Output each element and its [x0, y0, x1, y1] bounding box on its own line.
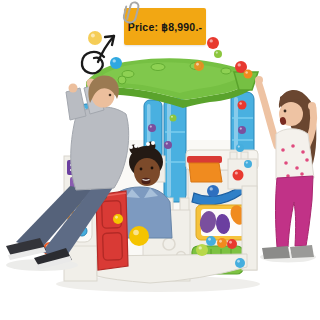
ball [238, 126, 246, 134]
ball [233, 170, 244, 181]
ball-highlight [210, 39, 213, 42]
ball-highlight [235, 172, 238, 175]
ball-highlight [91, 34, 95, 38]
girl-eye [284, 110, 287, 113]
boy-eye [109, 94, 112, 97]
ball [194, 61, 204, 71]
ball-highlight [115, 216, 118, 219]
ball [236, 144, 244, 152]
column-middle [164, 98, 186, 202]
boy-hand [69, 84, 78, 93]
toddler-mouth [142, 178, 151, 184]
ball [164, 141, 172, 149]
ball-highlight [196, 63, 199, 66]
ball-highlight [245, 71, 248, 74]
ball [129, 226, 149, 246]
hair-bow [134, 144, 138, 148]
boy-sleeve [66, 88, 86, 120]
toddler-eye [151, 167, 154, 170]
ball-highlight [219, 240, 222, 243]
girl-pants [276, 176, 314, 247]
price-text: Price: ฿8,990.- [128, 21, 202, 33]
ball [244, 160, 252, 168]
girl-shirt [276, 129, 314, 180]
girl-child [255, 76, 316, 263]
ball [206, 236, 216, 246]
interior-ramp [187, 156, 222, 182]
ball-highlight [240, 127, 242, 129]
ball-highlight [150, 125, 152, 127]
girl-hand [255, 76, 263, 84]
ball-highlight [246, 161, 248, 163]
ball-highlight [238, 145, 240, 147]
hair-bow [151, 141, 155, 145]
scene-illustration: Step2 [0, 0, 320, 320]
ball [207, 185, 219, 197]
ball [238, 101, 247, 110]
ball-highlight [237, 260, 240, 263]
ball-highlight [210, 187, 213, 190]
ball [170, 115, 177, 122]
roof-bump [221, 68, 231, 74]
spinner-window [196, 203, 249, 240]
ball-highlight [229, 241, 232, 244]
ball-highlight [208, 238, 211, 241]
girl-shoe [262, 246, 290, 259]
product-photo: Step2 [0, 0, 320, 320]
ball [244, 70, 253, 79]
ball-highlight [239, 102, 242, 105]
ball-highlight [199, 246, 202, 249]
hair-bow [129, 145, 133, 149]
roof-knob [118, 76, 126, 84]
ball-highlight [133, 230, 139, 236]
ball-highlight [216, 51, 218, 53]
ball [113, 214, 123, 224]
girl-hand [308, 102, 316, 110]
ball-highlight [171, 116, 173, 118]
ball [217, 238, 227, 248]
ball-highlight [238, 63, 241, 66]
ball [227, 239, 237, 249]
boy-shirt [71, 107, 129, 190]
roof-bump [151, 64, 165, 71]
ball-highlight [113, 59, 116, 62]
ball [196, 244, 208, 256]
toddler-eye [140, 168, 143, 171]
ball [214, 50, 222, 58]
ball [235, 258, 245, 268]
ball [148, 124, 156, 132]
ball-highlight [166, 142, 168, 144]
hair-bow [146, 142, 150, 146]
ball [110, 57, 122, 69]
ball [88, 31, 102, 45]
ball [207, 37, 219, 49]
girl-arm-raised [259, 84, 277, 146]
girl-shoe [290, 245, 314, 258]
